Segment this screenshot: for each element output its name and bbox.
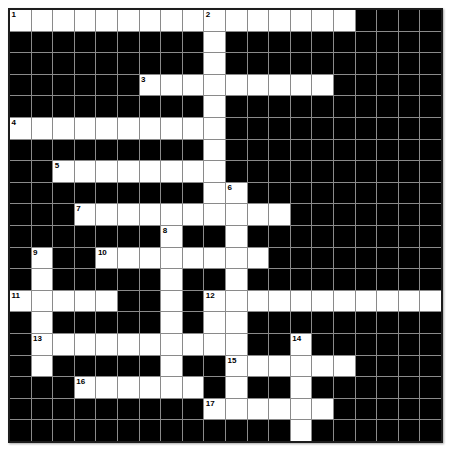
black-cell	[334, 140, 355, 161]
grid-cell[interactable]: 5	[53, 161, 74, 182]
grid-cell[interactable]	[204, 312, 225, 333]
grid-cell[interactable]	[140, 204, 161, 225]
grid-cell[interactable]	[96, 161, 117, 182]
black-cell	[53, 204, 74, 225]
grid-cell[interactable]	[118, 334, 139, 355]
black-cell	[183, 420, 204, 441]
black-cell	[334, 399, 355, 420]
black-cell	[334, 32, 355, 53]
grid-cell[interactable]	[32, 118, 53, 139]
grid-cell[interactable]	[118, 10, 139, 31]
black-cell	[75, 312, 96, 333]
grid-cell[interactable]	[32, 356, 53, 377]
grid-cell[interactable]: 17	[204, 399, 225, 420]
black-cell	[118, 291, 139, 312]
grid-cell[interactable]: 12	[204, 291, 225, 312]
grid-cell[interactable]	[140, 334, 161, 355]
black-cell	[204, 269, 225, 290]
black-cell	[140, 226, 161, 247]
grid-cell[interactable]	[96, 118, 117, 139]
black-cell	[183, 53, 204, 74]
grid-cell[interactable]	[226, 226, 247, 247]
grid-cell[interactable]	[53, 334, 74, 355]
grid-cell[interactable]	[118, 204, 139, 225]
clue-number: 14	[292, 334, 301, 343]
grid-cell[interactable]	[248, 248, 269, 269]
black-cell	[96, 183, 117, 204]
black-cell	[334, 118, 355, 139]
clue-number: 10	[98, 248, 107, 257]
black-cell	[96, 269, 117, 290]
grid-cell[interactable]	[399, 291, 420, 312]
grid-cell[interactable]	[140, 118, 161, 139]
black-cell	[161, 32, 182, 53]
black-cell	[312, 183, 333, 204]
clue-number: 17	[206, 399, 215, 408]
black-cell	[269, 269, 290, 290]
grid-cell[interactable]	[183, 10, 204, 31]
black-cell	[334, 161, 355, 182]
black-cell	[291, 248, 312, 269]
black-cell	[291, 226, 312, 247]
grid-cell[interactable]: 7	[75, 204, 96, 225]
black-cell	[96, 420, 117, 441]
grid-cell[interactable]	[161, 75, 182, 96]
black-cell	[312, 248, 333, 269]
black-cell	[377, 10, 398, 31]
black-cell	[140, 140, 161, 161]
black-cell	[399, 226, 420, 247]
black-cell	[312, 161, 333, 182]
black-cell	[96, 96, 117, 117]
grid-cell[interactable]	[204, 75, 225, 96]
black-cell	[32, 399, 53, 420]
grid-cell[interactable]	[53, 291, 74, 312]
black-cell	[334, 248, 355, 269]
grid-cell[interactable]	[269, 204, 290, 225]
grid-cell[interactable]	[334, 356, 355, 377]
black-cell	[399, 204, 420, 225]
black-cell	[161, 183, 182, 204]
black-cell	[377, 32, 398, 53]
grid-cell[interactable]	[53, 118, 74, 139]
grid-cell[interactable]: 1	[10, 10, 31, 31]
black-cell	[10, 75, 31, 96]
black-cell	[399, 248, 420, 269]
grid-cell[interactable]: 14	[291, 334, 312, 355]
grid-cell[interactable]	[420, 291, 441, 312]
clue-number: 9	[33, 248, 37, 257]
black-cell	[248, 377, 269, 398]
black-cell	[118, 226, 139, 247]
grid-cell[interactable]	[204, 96, 225, 117]
grid-cell[interactable]	[204, 183, 225, 204]
grid-cell[interactable]	[183, 118, 204, 139]
black-cell	[75, 53, 96, 74]
black-cell	[96, 53, 117, 74]
black-cell	[248, 269, 269, 290]
grid-cell[interactable]: 2	[204, 10, 225, 31]
grid-cell[interactable]	[226, 75, 247, 96]
black-cell	[96, 75, 117, 96]
black-cell	[226, 53, 247, 74]
black-cell	[248, 140, 269, 161]
black-cell	[269, 183, 290, 204]
black-cell	[420, 248, 441, 269]
grid-cell[interactable]	[312, 356, 333, 377]
black-cell	[291, 269, 312, 290]
black-cell	[420, 377, 441, 398]
grid-cell[interactable]	[356, 291, 377, 312]
grid-cell[interactable]	[161, 204, 182, 225]
black-cell	[377, 420, 398, 441]
black-cell	[10, 377, 31, 398]
grid-cell[interactable]	[183, 161, 204, 182]
black-cell	[96, 356, 117, 377]
black-cell	[334, 334, 355, 355]
grid-cell[interactable]	[161, 118, 182, 139]
black-cell	[291, 118, 312, 139]
black-cell	[399, 399, 420, 420]
black-cell	[32, 75, 53, 96]
grid-cell[interactable]	[226, 10, 247, 31]
grid-cell[interactable]	[161, 10, 182, 31]
grid-cell[interactable]	[140, 161, 161, 182]
grid-cell[interactable]	[248, 75, 269, 96]
black-cell	[75, 140, 96, 161]
grid-cell[interactable]	[312, 399, 333, 420]
grid-cell[interactable]: 6	[226, 183, 247, 204]
grid-cell[interactable]	[248, 399, 269, 420]
grid-cell[interactable]	[226, 291, 247, 312]
black-cell	[161, 96, 182, 117]
black-cell	[312, 32, 333, 53]
grid-cell[interactable]	[226, 312, 247, 333]
grid-cell[interactable]	[118, 161, 139, 182]
grid-cell[interactable]	[312, 291, 333, 312]
grid-cell[interactable]	[204, 53, 225, 74]
grid-cell[interactable]	[75, 118, 96, 139]
grid-cell[interactable]	[226, 377, 247, 398]
grid-cell[interactable]	[32, 312, 53, 333]
grid-cell[interactable]	[140, 10, 161, 31]
black-cell	[420, 420, 441, 441]
grid-cell[interactable]	[183, 248, 204, 269]
grid-cell[interactable]	[269, 75, 290, 96]
grid-cell[interactable]	[75, 161, 96, 182]
black-cell	[10, 161, 31, 182]
black-cell	[53, 96, 74, 117]
grid-cell[interactable]	[291, 356, 312, 377]
grid-cell[interactable]	[334, 10, 355, 31]
black-cell	[248, 96, 269, 117]
black-cell	[399, 161, 420, 182]
grid-cell[interactable]	[291, 10, 312, 31]
black-cell	[53, 269, 74, 290]
crossword-grid: 1234567891011121314151617	[8, 8, 443, 443]
grid-cell[interactable]	[269, 356, 290, 377]
grid-cell[interactable]	[161, 334, 182, 355]
grid-cell[interactable]: 13	[32, 334, 53, 355]
black-cell	[420, 183, 441, 204]
black-cell	[420, 140, 441, 161]
black-cell	[356, 10, 377, 31]
grid-cell[interactable]	[226, 269, 247, 290]
clue-number: 15	[227, 356, 236, 365]
grid-cell[interactable]	[75, 291, 96, 312]
black-cell	[334, 204, 355, 225]
black-cell	[377, 226, 398, 247]
black-cell	[312, 334, 333, 355]
black-cell	[118, 399, 139, 420]
black-cell	[356, 269, 377, 290]
black-cell	[75, 248, 96, 269]
grid-cell[interactable]	[377, 291, 398, 312]
black-cell	[377, 53, 398, 74]
black-cell	[420, 269, 441, 290]
grid-cell[interactable]	[96, 204, 117, 225]
black-cell	[75, 96, 96, 117]
grid-cell[interactable]	[161, 269, 182, 290]
grid-cell[interactable]	[53, 10, 74, 31]
black-cell	[291, 183, 312, 204]
grid-cell[interactable]	[161, 377, 182, 398]
grid-cell[interactable]	[226, 248, 247, 269]
grid-cell[interactable]	[248, 204, 269, 225]
grid-cell[interactable]	[291, 399, 312, 420]
grid-cell[interactable]	[118, 118, 139, 139]
black-cell	[96, 226, 117, 247]
black-cell	[334, 183, 355, 204]
black-cell	[10, 420, 31, 441]
black-cell	[312, 312, 333, 333]
grid-cell[interactable]: 11	[10, 291, 31, 312]
grid-cell[interactable]	[161, 356, 182, 377]
grid-cell[interactable]	[32, 291, 53, 312]
black-cell	[226, 96, 247, 117]
clue-number: 5	[55, 161, 59, 170]
black-cell	[53, 140, 74, 161]
black-cell	[269, 312, 290, 333]
grid-cell[interactable]	[334, 291, 355, 312]
black-cell	[377, 399, 398, 420]
grid-cell[interactable]	[161, 291, 182, 312]
black-cell	[53, 248, 74, 269]
grid-cell[interactable]	[118, 377, 139, 398]
grid-cell[interactable]: 4	[10, 118, 31, 139]
black-cell	[269, 140, 290, 161]
black-cell	[248, 53, 269, 74]
grid-cell[interactable]: 3	[140, 75, 161, 96]
grid-cell[interactable]	[183, 204, 204, 225]
black-cell	[399, 420, 420, 441]
black-cell	[32, 204, 53, 225]
grid-cell[interactable]	[291, 75, 312, 96]
black-cell	[226, 32, 247, 53]
grid-cell[interactable]	[204, 118, 225, 139]
black-cell	[140, 53, 161, 74]
black-cell	[420, 118, 441, 139]
grid-cell[interactable]: 9	[32, 248, 53, 269]
grid-cell[interactable]	[161, 248, 182, 269]
clue-number: 4	[12, 118, 16, 127]
black-cell	[118, 183, 139, 204]
black-cell	[118, 420, 139, 441]
black-cell	[53, 377, 74, 398]
black-cell	[10, 96, 31, 117]
clue-number: 7	[76, 204, 80, 213]
grid-cell[interactable]	[96, 291, 117, 312]
grid-cell[interactable]: 15	[226, 356, 247, 377]
black-cell	[269, 420, 290, 441]
grid-cell[interactable]	[75, 10, 96, 31]
grid-cell[interactable]	[183, 334, 204, 355]
black-cell	[140, 183, 161, 204]
black-cell	[291, 312, 312, 333]
black-cell	[399, 32, 420, 53]
black-cell	[312, 140, 333, 161]
grid-cell[interactable]	[204, 204, 225, 225]
black-cell	[10, 226, 31, 247]
black-cell	[312, 53, 333, 74]
black-cell	[183, 312, 204, 333]
black-cell	[75, 75, 96, 96]
black-cell	[356, 32, 377, 53]
black-cell	[377, 140, 398, 161]
black-cell	[118, 96, 139, 117]
grid-cell[interactable]	[269, 291, 290, 312]
clue-number: 12	[206, 291, 215, 300]
grid-cell[interactable]	[32, 269, 53, 290]
black-cell	[399, 312, 420, 333]
grid-cell[interactable]	[204, 248, 225, 269]
grid-cell[interactable]	[248, 356, 269, 377]
black-cell	[356, 161, 377, 182]
black-cell	[96, 140, 117, 161]
grid-cell[interactable]	[204, 161, 225, 182]
grid-cell[interactable]	[226, 204, 247, 225]
grid-cell[interactable]	[161, 161, 182, 182]
black-cell	[420, 32, 441, 53]
grid-cell[interactable]	[204, 32, 225, 53]
grid-cell[interactable]	[183, 377, 204, 398]
black-cell	[269, 32, 290, 53]
black-cell	[291, 96, 312, 117]
black-cell	[377, 75, 398, 96]
grid-cell[interactable]	[269, 399, 290, 420]
black-cell	[32, 420, 53, 441]
grid-cell[interactable]	[226, 399, 247, 420]
grid-cell[interactable]	[291, 377, 312, 398]
black-cell	[10, 204, 31, 225]
black-cell	[183, 32, 204, 53]
grid-cell[interactable]	[248, 10, 269, 31]
black-cell	[334, 53, 355, 74]
black-cell	[140, 96, 161, 117]
black-cell	[420, 204, 441, 225]
grid-cell[interactable]	[96, 377, 117, 398]
black-cell	[399, 334, 420, 355]
grid-cell[interactable]	[96, 10, 117, 31]
black-cell	[399, 377, 420, 398]
black-cell	[399, 183, 420, 204]
grid-cell[interactable]	[312, 75, 333, 96]
black-cell	[269, 161, 290, 182]
black-cell	[377, 356, 398, 377]
black-cell	[356, 399, 377, 420]
grid-cell[interactable]: 16	[75, 377, 96, 398]
black-cell	[312, 377, 333, 398]
black-cell	[140, 399, 161, 420]
black-cell	[356, 204, 377, 225]
black-cell	[204, 420, 225, 441]
grid-cell[interactable]	[248, 291, 269, 312]
black-cell	[377, 204, 398, 225]
black-cell	[334, 96, 355, 117]
black-cell	[248, 161, 269, 182]
black-cell	[377, 248, 398, 269]
black-cell	[399, 53, 420, 74]
black-cell	[96, 312, 117, 333]
grid-cell[interactable]	[75, 334, 96, 355]
black-cell	[75, 399, 96, 420]
black-cell	[140, 420, 161, 441]
grid-cell[interactable]	[204, 334, 225, 355]
black-cell	[53, 226, 74, 247]
black-cell	[312, 96, 333, 117]
black-cell	[312, 420, 333, 441]
grid-cell[interactable]: 10	[96, 248, 117, 269]
grid-cell[interactable]	[32, 10, 53, 31]
black-cell	[140, 356, 161, 377]
black-cell	[377, 269, 398, 290]
black-cell	[420, 312, 441, 333]
grid-cell[interactable]	[204, 140, 225, 161]
clue-number: 8	[163, 226, 167, 235]
grid-cell[interactable]	[96, 334, 117, 355]
grid-cell[interactable]	[269, 10, 290, 31]
black-cell	[399, 118, 420, 139]
black-cell	[356, 248, 377, 269]
black-cell	[226, 161, 247, 182]
grid-cell[interactable]	[118, 248, 139, 269]
grid-cell[interactable]	[140, 377, 161, 398]
clue-number: 1	[12, 10, 16, 19]
grid-cell[interactable]	[291, 291, 312, 312]
black-cell	[269, 118, 290, 139]
black-cell	[334, 420, 355, 441]
black-cell	[32, 377, 53, 398]
grid-cell[interactable]	[183, 75, 204, 96]
black-cell	[356, 140, 377, 161]
black-cell	[269, 53, 290, 74]
grid-cell[interactable]	[161, 312, 182, 333]
black-cell	[10, 140, 31, 161]
grid-cell[interactable]: 8	[161, 226, 182, 247]
grid-cell[interactable]	[226, 334, 247, 355]
black-cell	[377, 377, 398, 398]
black-cell	[32, 140, 53, 161]
grid-cell[interactable]	[291, 420, 312, 441]
black-cell	[10, 183, 31, 204]
black-cell	[248, 312, 269, 333]
grid-cell[interactable]	[140, 248, 161, 269]
black-cell	[75, 420, 96, 441]
black-cell	[226, 140, 247, 161]
grid-cell[interactable]	[312, 10, 333, 31]
black-cell	[269, 96, 290, 117]
black-cell	[248, 420, 269, 441]
